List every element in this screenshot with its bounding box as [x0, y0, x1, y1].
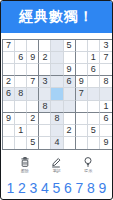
sudoku-cell-r2c2[interactable]: 6	[15, 52, 27, 64]
sudoku-cell-r9c1[interactable]	[3, 137, 15, 149]
sudoku-cell-r4c2[interactable]	[15, 76, 27, 88]
sudoku-cell-r5c7[interactable]: 7	[76, 88, 88, 100]
sudoku-cell-r3c2[interactable]	[15, 64, 27, 76]
sudoku-cell-r9c4[interactable]	[39, 137, 51, 149]
sudoku-cell-r8c5[interactable]	[51, 125, 63, 137]
sudoku-cell-r7c5[interactable]: 8	[51, 113, 63, 125]
sudoku-cell-r1c8[interactable]	[88, 40, 100, 52]
sudoku-cell-r5c6[interactable]	[64, 88, 76, 100]
sudoku-cell-r6c7[interactable]	[76, 101, 88, 113]
hint-label: 提示	[84, 169, 92, 173]
sudoku-cell-r5c4[interactable]	[39, 88, 51, 100]
sudoku-cell-r2c1[interactable]	[3, 52, 15, 64]
sudoku-cell-r2c6[interactable]	[64, 52, 76, 64]
eraser-label: 擦除	[21, 169, 29, 173]
sudoku-cell-r5c8[interactable]	[88, 88, 100, 100]
sudoku-cell-r6c8[interactable]	[88, 101, 100, 113]
sudoku-cell-r3c9[interactable]	[100, 64, 112, 76]
sudoku-cell-r2c7[interactable]	[76, 52, 88, 64]
sudoku-cell-r3c4[interactable]	[39, 64, 51, 76]
header-bar: 經典數獨！	[1, 1, 112, 33]
sudoku-cell-r5c1[interactable]: 6	[3, 88, 15, 100]
sudoku-cell-r4c9[interactable]: 8	[100, 76, 112, 88]
sudoku-cell-r4c4[interactable]: 3	[39, 76, 51, 88]
sudoku-cell-r7c4[interactable]	[39, 113, 51, 125]
sudoku-cell-r3c6[interactable]: 9	[64, 64, 76, 76]
sudoku-cell-r8c4[interactable]	[39, 125, 51, 137]
sudoku-cell-r4c5[interactable]	[51, 76, 63, 88]
lightbulb-icon	[82, 156, 94, 168]
eraser-button[interactable]: 擦除	[19, 156, 31, 173]
sudoku-cell-r6c5[interactable]	[51, 101, 63, 113]
sudoku-cell-r9c6[interactable]	[64, 137, 76, 149]
sudoku-cell-r7c8[interactable]	[88, 113, 100, 125]
notes-button[interactable]: 筆記	[50, 156, 62, 173]
sudoku-cell-r7c1[interactable]: 9	[3, 113, 15, 125]
sudoku-cell-r2c9[interactable]: 7	[100, 52, 112, 64]
sudoku-cell-r1c4[interactable]	[39, 40, 51, 52]
sudoku-cell-r3c5[interactable]	[51, 64, 63, 76]
sudoku-cell-r1c5[interactable]	[51, 40, 63, 52]
sudoku-cell-r6c2[interactable]	[15, 101, 27, 113]
pencil-icon	[50, 156, 62, 168]
sudoku-cell-r6c9[interactable]: 1	[100, 101, 112, 113]
sudoku-cell-r9c7[interactable]	[76, 137, 88, 149]
numpad-digit-7[interactable]: 7	[74, 181, 85, 195]
sudoku-cell-r3c7[interactable]	[76, 64, 88, 76]
sudoku-cell-r3c8[interactable]: 6	[88, 64, 100, 76]
sudoku-cell-r9c9[interactable]: 9	[100, 137, 112, 149]
numpad-digit-6[interactable]: 6	[63, 181, 74, 195]
sudoku-cell-r8c3[interactable]	[27, 125, 39, 137]
sudoku-cell-r6c1[interactable]	[3, 101, 15, 113]
sudoku-cell-r1c3[interactable]	[27, 40, 39, 52]
sudoku-cell-r8c2[interactable]: 1	[15, 125, 27, 137]
sudoku-cell-r4c6[interactable]: 6	[64, 76, 76, 88]
sudoku-cell-r4c7[interactable]: 9	[76, 76, 88, 88]
notes-label: 筆記	[52, 169, 60, 173]
sudoku-cell-r6c3[interactable]	[27, 101, 39, 113]
sudoku-cell-r2c3[interactable]: 9	[27, 52, 39, 64]
numpad-digit-2[interactable]: 2	[17, 181, 28, 195]
hint-button[interactable]: 提示	[82, 156, 94, 173]
eraser-icon	[19, 156, 31, 168]
sudoku-cell-r2c5[interactable]	[51, 52, 63, 64]
sudoku-cell-r6c6[interactable]	[64, 101, 76, 113]
sudoku-cell-r7c3[interactable]: 2	[27, 113, 39, 125]
sudoku-cell-r8c1[interactable]	[3, 125, 15, 137]
toolbar: 擦除 筆記 提示	[1, 156, 112, 179]
sudoku-cell-r9c8[interactable]	[88, 137, 100, 149]
numpad-digit-5[interactable]: 5	[51, 181, 62, 195]
numpad: 123456789	[1, 179, 112, 197]
sudoku-cell-r7c7[interactable]	[76, 113, 88, 125]
app-screen: 經典數獨！ 7536921796273698687819286125549 擦除	[0, 0, 113, 200]
sudoku-cell-r7c2[interactable]	[15, 113, 27, 125]
page-title: 經典數獨！	[19, 8, 94, 26]
sudoku-cell-r8c8[interactable]: 5	[88, 125, 100, 137]
numpad-digit-9[interactable]: 9	[97, 181, 108, 195]
numpad-digit-8[interactable]: 8	[86, 181, 97, 195]
sudoku-cell-r5c9[interactable]	[100, 88, 112, 100]
sudoku-cell-r9c3[interactable]: 5	[27, 137, 39, 149]
sudoku-cell-r5c5[interactable]	[51, 88, 63, 100]
sudoku-cell-r4c8[interactable]	[88, 76, 100, 88]
numpad-digit-1[interactable]: 1	[5, 181, 16, 195]
sudoku-cell-r1c1[interactable]: 7	[3, 40, 15, 52]
sudoku-cell-r1c9[interactable]: 3	[100, 40, 112, 52]
numpad-digit-3[interactable]: 3	[28, 181, 39, 195]
sudoku-cell-r8c7[interactable]	[76, 125, 88, 137]
sudoku-cell-r9c2[interactable]	[15, 137, 27, 149]
sudoku-cell-r5c3[interactable]	[27, 88, 39, 100]
sudoku-cell-r4c1[interactable]: 2	[3, 76, 15, 88]
sudoku-cell-r8c6[interactable]: 2	[64, 125, 76, 137]
sudoku-cell-r9c5[interactable]: 4	[51, 137, 63, 149]
sudoku-cell-r1c6[interactable]: 5	[64, 40, 76, 52]
sudoku-cell-r4c3[interactable]: 7	[27, 76, 39, 88]
sudoku-cell-r1c2[interactable]	[15, 40, 27, 52]
sudoku-board: 7536921796273698687819286125549	[2, 39, 113, 150]
sudoku-cell-r2c8[interactable]: 1	[88, 52, 100, 64]
sudoku-cell-r1c7[interactable]	[76, 40, 88, 52]
sudoku-cell-r3c3[interactable]	[27, 64, 39, 76]
sudoku-cell-r7c6[interactable]	[64, 113, 76, 125]
sudoku-cell-r3c1[interactable]	[3, 64, 15, 76]
sudoku-cell-r6c4[interactable]: 8	[39, 101, 51, 113]
sudoku-cell-r7c9[interactable]: 6	[100, 113, 112, 125]
sudoku-cell-r2c4[interactable]: 2	[39, 52, 51, 64]
numpad-digit-4[interactable]: 4	[40, 181, 51, 195]
sudoku-cell-r5c2[interactable]: 8	[15, 88, 27, 100]
sudoku-cell-r8c9[interactable]	[100, 125, 112, 137]
